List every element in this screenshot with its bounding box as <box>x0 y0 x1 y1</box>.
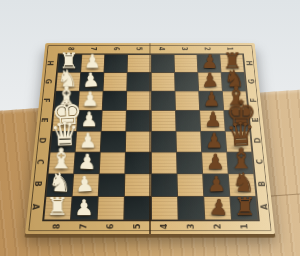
square-g5[interactable] <box>128 73 151 91</box>
square-e4[interactable] <box>151 111 175 130</box>
square-b5[interactable] <box>125 174 150 196</box>
white-pawn[interactable]: ♟ <box>77 110 101 130</box>
square-a4[interactable] <box>151 197 177 220</box>
square-a3[interactable] <box>178 197 204 220</box>
square-f5[interactable] <box>127 92 150 111</box>
square-b6[interactable] <box>99 174 125 196</box>
photo-scene: 87654321 87654321 HGFEDCBA HGFEDCBA ♜♟♟♜… <box>0 0 300 256</box>
square-d2[interactable]: ♟ <box>201 131 226 151</box>
square-h3[interactable] <box>174 55 197 72</box>
square-b4[interactable] <box>151 174 176 196</box>
square-a2[interactable]: ♟ <box>204 197 231 220</box>
square-a1[interactable]: ♜ <box>230 197 257 220</box>
square-a8[interactable]: ♜ <box>44 197 71 220</box>
white-pawn[interactable]: ♟ <box>76 130 100 150</box>
square-f3[interactable] <box>175 92 199 111</box>
square-c4[interactable] <box>151 152 176 173</box>
square-c5[interactable] <box>126 152 151 173</box>
square-g3[interactable] <box>175 73 198 91</box>
white-rook[interactable]: ♜ <box>44 194 70 219</box>
square-c7[interactable]: ♟ <box>74 152 100 173</box>
square-e5[interactable] <box>127 111 151 130</box>
brown-pawn[interactable]: ♟ <box>203 152 228 173</box>
brown-rook[interactable]: ♜ <box>232 194 258 219</box>
white-pawn[interactable]: ♟ <box>72 173 98 196</box>
white-pawn[interactable]: ♟ <box>74 151 100 173</box>
square-d7[interactable]: ♟ <box>76 131 101 151</box>
square-e6[interactable] <box>102 111 126 130</box>
square-b2[interactable]: ♟ <box>203 174 229 196</box>
square-h5[interactable] <box>128 55 151 72</box>
squares-grid: ♜♟♟♜♞♟♟♞♝♟♟♝♚♟♟♚♛♟♟♛♝♟♟♝♞♟♟♞♜♟♟♜ <box>43 54 258 220</box>
square-d6[interactable] <box>101 131 126 151</box>
square-f4[interactable] <box>151 92 174 111</box>
square-h6[interactable] <box>105 55 128 72</box>
square-c6[interactable] <box>100 152 125 173</box>
square-a7[interactable]: ♟ <box>71 197 98 220</box>
square-h4[interactable] <box>151 55 174 72</box>
square-d4[interactable] <box>151 131 175 151</box>
fold-seam <box>149 43 151 234</box>
square-e7[interactable]: ♟ <box>77 111 102 130</box>
square-e3[interactable] <box>176 111 200 130</box>
white-pawn[interactable]: ♟ <box>71 197 97 219</box>
square-f6[interactable] <box>103 92 127 111</box>
square-d3[interactable] <box>176 131 201 151</box>
square-c2[interactable]: ♟ <box>202 152 228 173</box>
chess-board: 87654321 87654321 HGFEDCBA HGFEDCBA ♜♟♟♜… <box>25 43 275 234</box>
brown-pawn[interactable]: ♟ <box>200 90 223 110</box>
square-g4[interactable] <box>151 73 174 91</box>
brown-pawn[interactable]: ♟ <box>205 196 232 219</box>
square-d5[interactable] <box>126 131 150 151</box>
square-a5[interactable] <box>125 197 151 220</box>
brown-pawn[interactable]: ♟ <box>202 130 226 150</box>
square-c3[interactable] <box>177 152 202 173</box>
square-e2[interactable]: ♟ <box>200 111 225 130</box>
square-a6[interactable] <box>98 197 124 220</box>
brown-pawn[interactable]: ♟ <box>201 110 225 130</box>
square-g6[interactable] <box>104 73 127 91</box>
square-b7[interactable]: ♟ <box>73 174 99 196</box>
chess-board-wrap: 87654321 87654321 HGFEDCBA HGFEDCBA ♜♟♟♜… <box>25 0 275 234</box>
square-b3[interactable] <box>177 174 203 196</box>
brown-pawn[interactable]: ♟ <box>203 173 229 195</box>
